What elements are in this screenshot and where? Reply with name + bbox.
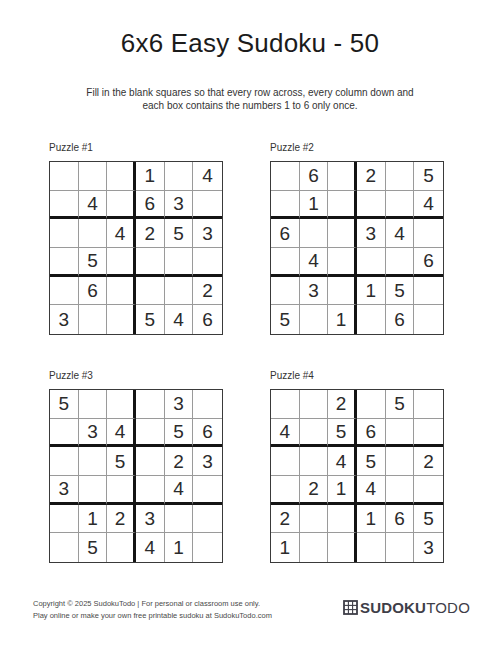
sudoku-cell-r4c1: [271, 248, 300, 277]
footer: Copyright © 2025 SudokuTodo | For person…: [33, 598, 470, 622]
sudoku-cell-r4c6: [193, 248, 222, 277]
sudoku-cell-r2c5: 3: [165, 191, 194, 220]
sudoku-cell-r1c2: [79, 162, 108, 191]
sudoku-cell-r4c4: [357, 248, 386, 277]
instructions-line-2: each box contains the numbers 1 to 6 onl…: [0, 99, 500, 112]
puzzle-sheet: Puzzle #1 1446342535623546 Puzzle #2 625…: [49, 142, 500, 563]
sudoku-cell-r3c3: 4: [107, 219, 136, 248]
sudoku-cell-r2c3: [328, 191, 357, 220]
sudoku-cell-r3c5: 5: [165, 219, 194, 248]
grid-icon: [343, 600, 360, 615]
sudoku-cell-r2c4: 6: [357, 419, 386, 448]
copyright-line-2: Play online or make your own free printa…: [33, 610, 272, 622]
sudoku-cell-r4c6: 6: [414, 248, 443, 277]
sudoku-cell-r2c2: 3: [79, 419, 108, 448]
sudoku-cell-r1c6: [193, 390, 222, 419]
sudoku-cell-r5c6: 5: [414, 505, 443, 534]
sudoku-cell-r1c5: [165, 162, 194, 191]
sudoku-cell-r6c1: 1: [271, 533, 300, 562]
sudoku-cell-r2c2: 4: [79, 191, 108, 220]
sudoku-cell-r3c3: 4: [328, 447, 357, 476]
sudoku-cell-r5c3: [328, 505, 357, 534]
sudoku-cell-r2c1: [50, 191, 79, 220]
page-title: 6x6 Easy Sudoku - 50: [0, 28, 500, 59]
sudoku-cell-r5c2: 1: [79, 505, 108, 534]
sudoku-cell-r4c4: 4: [357, 476, 386, 505]
sudoku-grid-2: 6251463446315516: [270, 161, 444, 335]
sudoku-cell-r5c6: [414, 277, 443, 306]
sudoku-cell-r1c4: 1: [136, 162, 165, 191]
sudoku-cell-r4c5: [386, 248, 415, 277]
sudoku-cell-r5c6: 2: [193, 277, 222, 306]
sudoku-cell-r1c4: 2: [357, 162, 386, 191]
sudoku-cell-r6c3: 1: [328, 305, 357, 334]
sudoku-cell-r5c6: [193, 505, 222, 534]
sudoku-cell-r3c2: [79, 447, 108, 476]
sudoku-cell-r2c6: [193, 191, 222, 220]
sudoku-cell-r2c6: [414, 419, 443, 448]
sudoku-cell-r6c2: [300, 305, 329, 334]
sudoku-cell-r6c4: [357, 533, 386, 562]
sudoku-cell-r6c2: [79, 305, 108, 334]
sudoku-cell-r6c1: 5: [271, 305, 300, 334]
sudoku-cell-r2c4: [136, 419, 165, 448]
sudoku-cell-r5c4: 3: [136, 505, 165, 534]
sudoku-cell-r1c6: 4: [193, 162, 222, 191]
sudoku-cell-r1c2: [300, 390, 329, 419]
sudoku-cell-r3c5: 2: [165, 447, 194, 476]
sudoku-cell-r1c3: [328, 162, 357, 191]
sudoku-cell-r6c4: [357, 305, 386, 334]
sudoku-cell-r2c2: [300, 419, 329, 448]
sudoku-cell-r4c1: 3: [50, 476, 79, 505]
sudoku-cell-r3c4: 2: [136, 219, 165, 248]
sudoku-cell-r6c6: 6: [193, 305, 222, 334]
sudoku-cell-r3c5: 4: [386, 219, 415, 248]
sudoku-cell-r1c2: [79, 390, 108, 419]
sudoku-cell-r4c3: 1: [328, 476, 357, 505]
sudoku-cell-r5c1: [50, 277, 79, 306]
sudoku-cell-r6c5: 4: [165, 305, 194, 334]
sudoku-cell-r4c2: 4: [300, 248, 329, 277]
sudoku-cell-r4c3: [328, 248, 357, 277]
sudoku-cell-r3c5: [386, 447, 415, 476]
sudoku-cell-r3c3: [328, 219, 357, 248]
sudoku-cell-r3c2: [300, 447, 329, 476]
sudoku-cell-r3c2: [79, 219, 108, 248]
sudoku-cell-r1c4: [136, 390, 165, 419]
puzzle-block-1: Puzzle #1 1446342535623546: [49, 142, 223, 335]
sudoku-cell-r4c2: [79, 476, 108, 505]
sudoku-cell-r6c4: 4: [136, 533, 165, 562]
sudoku-cell-r2c1: [271, 191, 300, 220]
sudoku-cell-r3c1: [50, 447, 79, 476]
sudoku-cell-r3c6: [414, 219, 443, 248]
sudoku-cell-r4c1: [50, 248, 79, 277]
copyright-line-1: Copyright © 2025 SudokuTodo | For person…: [33, 598, 272, 610]
sudoku-cell-r1c3: [107, 390, 136, 419]
sudoku-cell-r6c5: 6: [386, 305, 415, 334]
sudoku-cell-r1c3: 2: [328, 390, 357, 419]
sudoku-cell-r4c2: 2: [300, 476, 329, 505]
sudoku-cell-r6c2: [300, 533, 329, 562]
sudoku-cell-r3c6: 3: [193, 447, 222, 476]
sudoku-cell-r5c5: [165, 277, 194, 306]
sudoku-cell-r5c5: [165, 505, 194, 534]
puzzle-label-1: Puzzle #1: [49, 142, 223, 154]
logo: SUDOKU TODO: [343, 599, 470, 616]
sudoku-cell-r5c4: 1: [357, 505, 386, 534]
sudoku-cell-r5c5: 6: [386, 505, 415, 534]
sudoku-cell-r5c1: [50, 505, 79, 534]
sudoku-cell-r5c3: [328, 277, 357, 306]
sudoku-cell-r6c1: [50, 533, 79, 562]
sudoku-cell-r6c6: 3: [414, 533, 443, 562]
puzzle-label-2: Puzzle #2: [270, 142, 444, 154]
sudoku-cell-r1c1: 5: [50, 390, 79, 419]
sudoku-cell-r5c3: 2: [107, 505, 136, 534]
sudoku-cell-r2c1: 4: [271, 419, 300, 448]
sudoku-cell-r4c3: [107, 248, 136, 277]
sudoku-cell-r3c1: [50, 219, 79, 248]
sudoku-cell-r2c6: 6: [193, 419, 222, 448]
sudoku-cell-r4c5: 4: [165, 476, 194, 505]
sudoku-grid-3: 53345652334123541: [49, 389, 223, 563]
sudoku-cell-r4c4: [136, 248, 165, 277]
sudoku-cell-r1c6: [414, 390, 443, 419]
sudoku-cell-r5c1: [271, 277, 300, 306]
sudoku-cell-r4c6: [193, 476, 222, 505]
copyright: Copyright © 2025 SudokuTodo | For person…: [33, 598, 272, 622]
sudoku-cell-r6c5: 1: [165, 533, 194, 562]
puzzle-block-3: Puzzle #3 53345652334123541: [49, 370, 223, 563]
sudoku-cell-r2c1: [50, 419, 79, 448]
logo-text-bold: SUDOKU: [360, 599, 426, 616]
sudoku-cell-r6c6: [414, 305, 443, 334]
sudoku-cell-r4c3: [107, 476, 136, 505]
sudoku-cell-r3c2: [300, 219, 329, 248]
logo-text-light: TODO: [426, 599, 470, 616]
sudoku-cell-r4c1: [271, 476, 300, 505]
sudoku-cell-r4c4: [136, 476, 165, 505]
puzzle-block-2: Puzzle #2 6251463446315516: [270, 142, 444, 335]
sudoku-cell-r3c6: 3: [193, 219, 222, 248]
sudoku-cell-r4c6: [414, 476, 443, 505]
sudoku-cell-r2c6: 4: [414, 191, 443, 220]
sudoku-cell-r2c5: [386, 419, 415, 448]
sudoku-cell-r5c2: [300, 505, 329, 534]
sudoku-cell-r1c6: 5: [414, 162, 443, 191]
sudoku-cell-r5c1: 2: [271, 505, 300, 534]
sudoku-cell-r5c2: 6: [79, 277, 108, 306]
instructions: Fill in the blank squares so that every …: [0, 86, 500, 112]
sudoku-cell-r2c2: 1: [300, 191, 329, 220]
sudoku-cell-r2c5: [386, 191, 415, 220]
sudoku-grid-1: 1446342535623546: [49, 161, 223, 335]
sudoku-cell-r6c3: [328, 533, 357, 562]
sudoku-cell-r1c5: 3: [165, 390, 194, 419]
sudoku-cell-r2c3: [107, 191, 136, 220]
sudoku-cell-r6c1: 3: [50, 305, 79, 334]
sudoku-cell-r5c4: 1: [357, 277, 386, 306]
sudoku-cell-r5c2: 3: [300, 277, 329, 306]
sudoku-cell-r4c2: 5: [79, 248, 108, 277]
sudoku-cell-r4c5: [386, 476, 415, 505]
sudoku-cell-r1c3: [107, 162, 136, 191]
sudoku-cell-r3c6: 2: [414, 447, 443, 476]
sudoku-cell-r2c5: 5: [165, 419, 194, 448]
sudoku-cell-r1c1: [271, 162, 300, 191]
sudoku-cell-r1c5: 5: [386, 390, 415, 419]
sudoku-cell-r6c6: [193, 533, 222, 562]
sudoku-cell-r3c1: [271, 447, 300, 476]
sudoku-cell-r3c4: [136, 447, 165, 476]
sudoku-cell-r6c3: [107, 533, 136, 562]
sudoku-cell-r2c3: 4: [107, 419, 136, 448]
sudoku-cell-r5c3: [107, 277, 136, 306]
sudoku-cell-r1c1: [50, 162, 79, 191]
sudoku-cell-r6c2: 5: [79, 533, 108, 562]
sudoku-cell-r3c3: 5: [107, 447, 136, 476]
sudoku-cell-r1c5: [386, 162, 415, 191]
sudoku-cell-r2c4: 6: [136, 191, 165, 220]
sudoku-cell-r6c3: [107, 305, 136, 334]
sudoku-cell-r5c4: [136, 277, 165, 306]
sudoku-grid-4: 25456452214216513: [270, 389, 444, 563]
puzzle-label-3: Puzzle #3: [49, 370, 223, 382]
instructions-line-1: Fill in the blank squares so that every …: [0, 86, 500, 99]
puzzle-label-4: Puzzle #4: [270, 370, 444, 382]
puzzle-block-4: Puzzle #4 25456452214216513: [270, 370, 444, 563]
sudoku-cell-r1c2: 6: [300, 162, 329, 191]
sudoku-cell-r5c5: 5: [386, 277, 415, 306]
sudoku-cell-r3c1: 6: [271, 219, 300, 248]
sudoku-cell-r1c4: [357, 390, 386, 419]
sudoku-cell-r6c5: [386, 533, 415, 562]
sudoku-cell-r3c4: 3: [357, 219, 386, 248]
sudoku-cell-r2c4: [357, 191, 386, 220]
sudoku-cell-r6c4: 5: [136, 305, 165, 334]
sudoku-cell-r4c5: [165, 248, 194, 277]
sudoku-cell-r3c4: 5: [357, 447, 386, 476]
sudoku-cell-r2c3: 5: [328, 419, 357, 448]
sudoku-cell-r1c1: [271, 390, 300, 419]
